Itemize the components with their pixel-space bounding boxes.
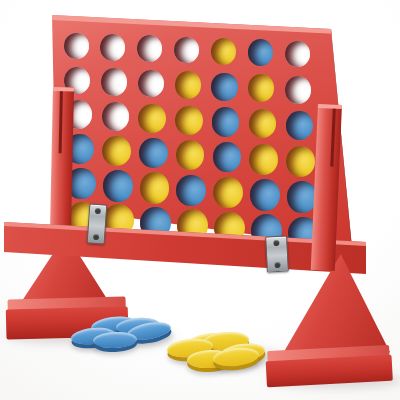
cell-r5c7-blue-disc xyxy=(287,181,317,213)
cell-r5c2-blue-disc xyxy=(103,170,133,202)
right-post-cap xyxy=(318,104,342,109)
latch-left xyxy=(87,203,108,244)
cell-r1c4-empty xyxy=(174,37,199,64)
cell-r5c3-yellow-disc xyxy=(140,172,170,204)
left-post-slot xyxy=(59,91,63,153)
cell-r1c3-empty xyxy=(137,35,162,62)
cell-r5c4-blue-disc xyxy=(176,175,206,207)
cell-r4c3-blue-disc xyxy=(139,138,168,168)
latch-right-screw-bottom xyxy=(274,262,280,268)
cell-r3c2-empty xyxy=(102,102,129,131)
latch-right-screw-top xyxy=(273,240,279,246)
cell-r1c6-blue-disc xyxy=(248,39,273,66)
product-photo-scene xyxy=(0,0,400,400)
cell-r1c5-yellow-disc xyxy=(211,38,236,65)
cell-r2c4-yellow-disc xyxy=(175,71,201,99)
cell-r1c7-empty xyxy=(285,41,310,68)
cell-r4c6-yellow-disc xyxy=(249,144,278,174)
cell-r2c7-empty xyxy=(285,76,311,104)
left-post-cap xyxy=(53,87,74,91)
cell-r3c7-blue-disc xyxy=(286,111,313,140)
cell-r1c2-empty xyxy=(100,34,125,61)
board-top-bevel xyxy=(50,14,334,34)
cell-r2c2-empty xyxy=(101,68,127,96)
cell-r3c5-blue-disc xyxy=(212,107,239,136)
latch-right xyxy=(265,235,289,272)
latch-left-screw-bottom xyxy=(93,234,99,240)
cell-r2c5-blue-disc xyxy=(211,73,237,101)
cell-r4c2-yellow-disc xyxy=(102,136,131,166)
cell-r1c1-empty xyxy=(64,33,89,60)
cell-r3c4-yellow-disc xyxy=(175,106,202,135)
right-foot xyxy=(265,345,393,388)
cell-r5c6-blue-disc xyxy=(250,179,280,211)
cell-r4c7-yellow-disc xyxy=(286,146,315,176)
left-post xyxy=(50,87,74,245)
right-post-slot xyxy=(330,109,336,167)
latch-left-screw-top xyxy=(95,208,101,214)
cell-r2c3-empty xyxy=(138,70,164,98)
cell-r3c3-yellow-disc xyxy=(138,104,165,133)
